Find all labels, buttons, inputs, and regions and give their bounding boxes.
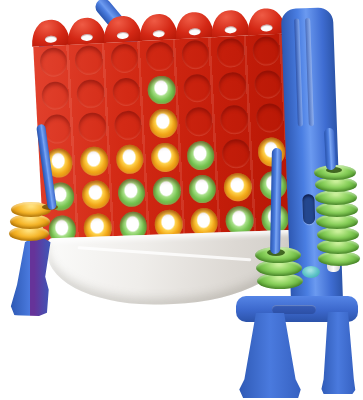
empty-hole <box>39 47 68 77</box>
cell-r5c5[interactable] <box>184 172 221 207</box>
cell-r2c5[interactable] <box>179 71 216 106</box>
panel-groove <box>305 18 314 126</box>
cell-r5c2[interactable] <box>78 177 115 212</box>
right-front-foot <box>238 313 302 398</box>
teal-wingnut-fastener <box>302 266 320 278</box>
drop-slot-opening <box>45 35 57 43</box>
yellow-disc <box>149 109 178 139</box>
cell-r2c4[interactable] <box>143 73 180 108</box>
cell-r1c6[interactable] <box>212 35 249 70</box>
green-disc <box>186 140 215 170</box>
green-disc <box>153 176 182 206</box>
cell-r4c4[interactable] <box>147 140 184 175</box>
right-leg-assembly <box>236 296 358 398</box>
cell-r3c2[interactable] <box>74 110 111 145</box>
empty-hole <box>184 107 213 137</box>
cell-r3c3[interactable] <box>110 108 147 143</box>
yellow-disc <box>115 144 144 174</box>
empty-hole <box>218 71 247 101</box>
right-rear-foot <box>320 312 356 394</box>
yellow-disc <box>80 146 109 176</box>
left-leg <box>10 234 54 316</box>
empty-hole <box>216 38 245 68</box>
cell-r2c6[interactable] <box>214 69 251 104</box>
empty-hole <box>183 73 212 103</box>
top-scallop <box>31 19 70 47</box>
empty-hole <box>76 79 105 109</box>
cell-r1c3[interactable] <box>106 41 143 76</box>
cell-r2c1[interactable] <box>37 78 74 113</box>
cell-r1c1[interactable] <box>35 45 72 80</box>
drop-slot-opening <box>153 30 165 38</box>
cell-r1c4[interactable] <box>141 39 178 74</box>
cell-r4c5[interactable] <box>182 138 219 173</box>
top-scallop <box>175 11 214 39</box>
ring-toss-pole-right-front <box>270 148 282 254</box>
top-scallop <box>139 13 178 41</box>
yellow-disc <box>82 180 111 210</box>
panel-groove <box>294 18 303 126</box>
top-scallop <box>211 9 250 37</box>
drop-slot-opening <box>224 26 236 34</box>
empty-hole <box>255 103 284 133</box>
connect-four-board <box>32 8 296 261</box>
green-disc <box>117 178 146 208</box>
empty-hole <box>78 112 107 142</box>
board-grid <box>33 34 295 249</box>
empty-hole <box>181 40 210 70</box>
empty-hole <box>41 81 70 111</box>
cell-r2c2[interactable] <box>72 77 109 112</box>
green-disc <box>188 174 217 204</box>
cell-r5c6[interactable] <box>219 170 256 205</box>
yellow-disc <box>151 142 180 172</box>
yellow-disc <box>223 172 252 202</box>
empty-hole <box>253 69 282 99</box>
drop-slot-opening <box>117 32 129 40</box>
cell-r1c5[interactable] <box>177 37 214 72</box>
empty-hole <box>252 36 281 66</box>
cell-r2c7[interactable] <box>249 67 286 102</box>
cell-r4c6[interactable] <box>217 136 254 171</box>
top-scallop <box>247 8 286 36</box>
empty-hole <box>75 45 104 75</box>
empty-hole <box>112 77 141 107</box>
cell-r2c3[interactable] <box>108 75 145 110</box>
cell-r3c6[interactable] <box>216 103 253 138</box>
cell-r3c5[interactable] <box>180 105 217 140</box>
green-disc <box>147 75 176 105</box>
empty-hole <box>222 139 251 169</box>
connect-four-set-photo <box>0 0 363 400</box>
cell-r3c4[interactable] <box>145 106 182 141</box>
drop-slot-opening <box>189 28 201 36</box>
empty-hole <box>114 110 143 140</box>
cell-r1c7[interactable] <box>248 34 285 69</box>
panel-handle-slot <box>302 194 315 224</box>
cell-r1c2[interactable] <box>71 43 108 78</box>
top-scallop <box>103 15 142 43</box>
drop-slot-opening <box>81 34 93 42</box>
cell-r5c4[interactable] <box>148 174 185 209</box>
cell-r4c2[interactable] <box>76 144 113 179</box>
ring-toss-pole-right-rear <box>324 128 336 170</box>
empty-hole <box>220 105 249 135</box>
embossed-logo <box>272 305 316 314</box>
cell-r4c3[interactable] <box>111 142 148 177</box>
empty-hole <box>145 41 174 71</box>
cell-r5c3[interactable] <box>113 176 150 211</box>
drop-slot-opening <box>260 24 272 32</box>
empty-hole <box>110 43 139 73</box>
cell-r3c7[interactable] <box>251 101 288 136</box>
top-scallop <box>67 17 106 45</box>
